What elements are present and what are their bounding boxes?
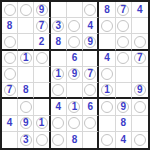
cell-r4c3[interactable] [34, 51, 50, 67]
cell-r9c5[interactable]: 8 [67, 132, 83, 148]
cell-r6c8[interactable] [116, 83, 132, 99]
odd-marker-circle-icon: 9 [36, 4, 48, 16]
cell-r2c8[interactable] [116, 18, 132, 34]
cell-r5c6[interactable]: 7 [83, 67, 99, 83]
cell-r2c6[interactable]: 4 [83, 18, 99, 34]
cell-r4c7[interactable]: 4 [99, 51, 115, 67]
cell-r6c1[interactable]: 7 [2, 83, 18, 99]
cell-r8c5[interactable] [67, 116, 83, 132]
given-digit: 8 [72, 135, 78, 145]
cell-r3c2[interactable] [18, 34, 34, 50]
odd-marker-circle-icon [52, 117, 64, 129]
cell-r8c3[interactable]: 1 [34, 116, 50, 132]
given-digit: 7 [87, 69, 93, 79]
cell-r4c8[interactable] [116, 51, 132, 67]
cell-r6c5[interactable] [67, 83, 83, 99]
odd-marker-circle-icon: 3 [20, 134, 32, 146]
given-digit: 9 [137, 85, 143, 95]
odd-marker-circle-icon [101, 20, 113, 32]
cell-r2c1[interactable]: 8 [2, 18, 18, 34]
sudoku-board: 987487342891647197781941694918384 [0, 0, 150, 150]
odd-marker-circle-icon: 7 [36, 20, 48, 32]
given-digit: 4 [137, 5, 143, 15]
given-digit: 3 [55, 21, 61, 31]
cell-r5c7[interactable] [99, 67, 115, 83]
odd-marker-circle-icon [101, 134, 113, 146]
given-digit: 3 [23, 135, 29, 145]
cell-r2c7[interactable] [99, 18, 115, 34]
given-digit: 4 [7, 118, 13, 128]
cell-r7c4[interactable]: 4 [51, 99, 67, 115]
cell-r7c9[interactable] [132, 99, 148, 115]
cell-r5c3[interactable] [34, 67, 50, 83]
cell-r3c3[interactable]: 2 [34, 34, 50, 50]
odd-marker-circle-icon: 1 [20, 52, 32, 64]
cell-r6c7[interactable]: 1 [99, 83, 115, 99]
cell-r8c7[interactable] [99, 116, 115, 132]
cell-r8c2[interactable]: 9 [18, 116, 34, 132]
odd-marker-circle-icon [117, 36, 129, 48]
cell-r5c4[interactable]: 1 [51, 67, 67, 83]
odd-marker-circle-icon [4, 52, 16, 64]
cell-r1c7[interactable]: 8 [99, 2, 115, 18]
odd-marker-circle-icon: 9 [117, 101, 129, 113]
cell-r5c9[interactable] [132, 67, 148, 83]
odd-marker-circle-icon [20, 101, 32, 113]
cell-r7c7[interactable] [99, 99, 115, 115]
cell-r4c1[interactable] [2, 51, 18, 67]
cell-r5c8[interactable] [116, 67, 132, 83]
given-digit: 7 [120, 5, 126, 15]
cell-r7c8[interactable]: 9 [116, 99, 132, 115]
given-digit: 6 [72, 53, 78, 63]
odd-marker-circle-icon [68, 20, 80, 32]
odd-marker-circle-icon: 7 [84, 68, 96, 80]
given-digit: 4 [87, 21, 93, 31]
given-digit: 1 [104, 85, 110, 95]
cell-r1c1[interactable] [2, 2, 18, 18]
odd-marker-circle-icon: 1 [36, 117, 48, 129]
given-digit: 7 [39, 21, 45, 31]
odd-marker-circle-icon [36, 52, 48, 64]
given-digit: 9 [39, 5, 45, 15]
cell-r2c3[interactable]: 7 [34, 18, 50, 34]
cell-r2c2[interactable] [18, 18, 34, 34]
cell-r8c8[interactable]: 8 [116, 116, 132, 132]
cell-r7c5[interactable]: 1 [67, 99, 83, 115]
cell-r7c6[interactable]: 6 [83, 99, 99, 115]
odd-marker-circle-icon [20, 4, 32, 16]
cell-r1c3[interactable]: 9 [34, 2, 50, 18]
given-digit: 1 [39, 118, 45, 128]
cell-r6c9[interactable]: 9 [132, 83, 148, 99]
given-digit: 9 [87, 37, 93, 47]
cell-r4c5[interactable]: 6 [67, 51, 83, 67]
cell-r6c2[interactable]: 8 [18, 83, 34, 99]
given-digit: 9 [72, 69, 78, 79]
given-digit: 4 [120, 135, 126, 145]
cell-r5c1[interactable] [2, 67, 18, 83]
cell-r4c2[interactable]: 1 [18, 51, 34, 67]
cell-r2c4[interactable]: 3 [51, 18, 67, 34]
odd-marker-circle-icon [134, 134, 146, 146]
cell-r9c4[interactable] [51, 132, 67, 148]
given-digit: 8 [104, 5, 110, 15]
given-digit: 8 [7, 21, 13, 31]
cell-r9c3[interactable] [34, 132, 50, 148]
odd-marker-circle-icon [134, 36, 146, 48]
cell-r5c5[interactable]: 9 [67, 67, 83, 83]
cell-r3c6[interactable]: 9 [83, 34, 99, 50]
odd-marker-circle-icon [101, 101, 113, 113]
cell-r9c1[interactable] [2, 132, 18, 148]
cell-r4c6[interactable] [83, 51, 99, 67]
given-digit: 2 [39, 37, 45, 47]
odd-marker-circle-icon: 3 [52, 20, 64, 32]
odd-marker-circle-icon [4, 4, 16, 16]
cell-r3c9[interactable] [132, 34, 148, 50]
odd-marker-circle-icon [84, 4, 96, 16]
odd-marker-circle-icon: 7 [4, 84, 16, 96]
cell-r7c1[interactable] [2, 99, 18, 115]
cell-r6c6[interactable] [83, 83, 99, 99]
cell-r6c3[interactable] [34, 83, 50, 99]
given-digit: 4 [104, 53, 110, 63]
odd-marker-circle-icon [101, 68, 113, 80]
given-digit: 4 [55, 102, 61, 112]
cell-r4c4[interactable] [51, 51, 67, 67]
given-digit: 1 [23, 53, 29, 63]
odd-marker-circle-icon: 1 [68, 101, 80, 113]
odd-marker-circle-icon [117, 20, 129, 32]
cell-r1c9[interactable]: 4 [132, 2, 148, 18]
cell-r7c2[interactable] [18, 99, 34, 115]
given-digit: 8 [55, 37, 61, 47]
odd-marker-circle-icon: 9 [134, 84, 146, 96]
given-digit: 1 [72, 102, 78, 112]
odd-marker-circle-icon: 7 [134, 52, 146, 64]
cell-r3c7[interactable] [99, 34, 115, 50]
odd-marker-circle-icon [4, 36, 16, 48]
given-digit: 8 [120, 118, 126, 128]
odd-marker-circle-icon: 1 [52, 68, 64, 80]
odd-marker-circle-icon: 1 [101, 84, 113, 96]
cell-r4c9[interactable]: 7 [132, 51, 148, 67]
cell-r9c6[interactable] [83, 132, 99, 148]
cell-r1c5[interactable] [67, 2, 83, 18]
odd-marker-circle-icon [134, 101, 146, 113]
odd-marker-circle-icon [36, 134, 48, 146]
cell-r3c8[interactable] [116, 34, 132, 50]
odd-marker-circle-icon: 7 [117, 4, 129, 16]
cell-r1c6[interactable] [83, 2, 99, 18]
cell-r8c4[interactable] [51, 116, 67, 132]
odd-marker-circle-icon [4, 68, 16, 80]
odd-marker-circle-icon [84, 84, 96, 96]
cell-r6c4[interactable] [51, 83, 67, 99]
cell-r8c6[interactable] [83, 116, 99, 132]
cell-r3c1[interactable] [2, 34, 18, 50]
odd-marker-circle-icon [117, 52, 129, 64]
cell-r2c9[interactable] [132, 18, 148, 34]
odd-marker-circle-icon [68, 117, 80, 129]
given-digit: 6 [87, 102, 93, 112]
given-digit: 1 [55, 69, 61, 79]
odd-marker-circle-icon: 9 [20, 117, 32, 129]
cell-r1c8[interactable]: 7 [116, 2, 132, 18]
odd-marker-circle-icon: 9 [84, 36, 96, 48]
cell-r3c5[interactable] [67, 34, 83, 50]
cell-r9c2[interactable]: 3 [18, 132, 34, 148]
given-digit: 9 [23, 118, 29, 128]
cell-r7c3[interactable] [34, 99, 50, 115]
cell-r8c9[interactable] [132, 116, 148, 132]
cell-r2c5[interactable] [67, 18, 83, 34]
cell-r5c2[interactable] [18, 67, 34, 83]
odd-marker-circle-icon [84, 117, 96, 129]
given-digit: 7 [137, 53, 143, 63]
given-digit: 8 [23, 85, 29, 95]
cell-r9c7[interactable] [99, 132, 115, 148]
odd-marker-circle-icon [52, 84, 64, 96]
cell-r9c8[interactable]: 4 [116, 132, 132, 148]
cell-r8c1[interactable]: 4 [2, 116, 18, 132]
given-digit: 9 [120, 102, 126, 112]
given-digit: 7 [7, 85, 13, 95]
cell-r1c2[interactable] [18, 2, 34, 18]
odd-marker-circle-icon: 9 [68, 68, 80, 80]
cell-r3c4[interactable]: 8 [51, 34, 67, 50]
sudoku-app: 987487342891647197781941694918384 [0, 0, 150, 150]
cell-r1c4[interactable] [51, 2, 67, 18]
odd-marker-circle-icon [68, 36, 80, 48]
odd-marker-circle-icon [52, 134, 64, 146]
cell-r9c9[interactable] [132, 132, 148, 148]
